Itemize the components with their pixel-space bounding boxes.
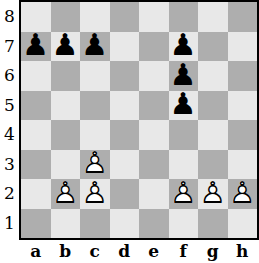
square-h7[interactable] — [228, 32, 258, 62]
white-pawn-outline: ♙ — [80, 178, 110, 208]
square-f2[interactable]: ♟♙ — [169, 179, 199, 209]
white-pawn-outline: ♙ — [80, 149, 110, 179]
square-d8[interactable] — [110, 2, 140, 32]
square-a7[interactable]: ♟ — [21, 32, 51, 62]
square-b2[interactable]: ♟♙ — [51, 179, 81, 209]
square-b4[interactable] — [51, 120, 81, 150]
square-c5[interactable] — [80, 91, 110, 121]
file-label-d: d — [110, 240, 140, 263]
square-a8[interactable] — [21, 2, 51, 32]
square-d5[interactable] — [110, 91, 140, 121]
white-pawn-outline: ♙ — [198, 178, 228, 208]
square-g3[interactable] — [198, 150, 228, 180]
white-pawn[interactable]: ♟ — [228, 178, 258, 208]
square-d6[interactable] — [110, 61, 140, 91]
rank-label-1: 1 — [0, 209, 19, 239]
square-a5[interactable] — [21, 91, 51, 121]
square-e6[interactable] — [139, 61, 169, 91]
square-f3[interactable] — [169, 150, 199, 180]
rank-label-2: 2 — [0, 179, 19, 209]
square-g2[interactable]: ♟♙ — [198, 179, 228, 209]
square-c6[interactable] — [80, 61, 110, 91]
square-e7[interactable] — [139, 32, 169, 62]
black-pawn[interactable]: ♟ — [169, 90, 199, 120]
white-pawn[interactable]: ♟ — [51, 178, 81, 208]
square-c3[interactable]: ♟♙ — [80, 150, 110, 180]
black-pawn[interactable]: ♟ — [169, 60, 199, 90]
square-d4[interactable] — [110, 120, 140, 150]
file-label-h: h — [228, 240, 258, 263]
file-label-f: f — [169, 240, 199, 263]
square-a3[interactable] — [21, 150, 51, 180]
file-label-b: b — [51, 240, 81, 263]
chess-board[interactable]: ♟♟♟♟♟♟♟♙♟♙♟♙♟♙♟♙♟♙ — [19, 0, 259, 240]
square-h6[interactable] — [228, 61, 258, 91]
square-g8[interactable] — [198, 2, 228, 32]
square-f1[interactable] — [169, 209, 199, 239]
square-g7[interactable] — [198, 32, 228, 62]
square-a1[interactable] — [21, 209, 51, 239]
square-c2[interactable]: ♟♙ — [80, 179, 110, 209]
square-h2[interactable]: ♟♙ — [228, 179, 258, 209]
square-b8[interactable] — [51, 2, 81, 32]
square-d7[interactable] — [110, 32, 140, 62]
corner-spacer — [0, 240, 19, 263]
white-pawn-outline: ♙ — [51, 178, 81, 208]
rank-label-7: 7 — [0, 32, 19, 62]
square-d2[interactable] — [110, 179, 140, 209]
file-label-g: g — [198, 240, 228, 263]
square-f6[interactable]: ♟ — [169, 61, 199, 91]
square-b5[interactable] — [51, 91, 81, 121]
square-d3[interactable] — [110, 150, 140, 180]
white-pawn[interactable]: ♟ — [80, 178, 110, 208]
square-g6[interactable] — [198, 61, 228, 91]
rank-label-8: 8 — [0, 2, 19, 32]
rank-label-4: 4 — [0, 120, 19, 150]
square-h3[interactable] — [228, 150, 258, 180]
square-a6[interactable] — [21, 61, 51, 91]
white-pawn[interactable]: ♟ — [198, 178, 228, 208]
square-c7[interactable]: ♟ — [80, 32, 110, 62]
square-h4[interactable] — [228, 120, 258, 150]
rank-label-5: 5 — [0, 91, 19, 121]
square-f8[interactable] — [169, 2, 199, 32]
file-label-a: a — [21, 240, 51, 263]
square-g1[interactable] — [198, 209, 228, 239]
black-pawn[interactable]: ♟ — [169, 31, 199, 61]
file-label-c: c — [80, 240, 110, 263]
square-e5[interactable] — [139, 91, 169, 121]
black-pawn[interactable]: ♟ — [80, 31, 110, 61]
square-f5[interactable]: ♟ — [169, 91, 199, 121]
square-b6[interactable] — [51, 61, 81, 91]
chess-diagram: 87654321 ♟♟♟♟♟♟♟♙♟♙♟♙♟♙♟♙♟♙ abcdefgh — [0, 0, 259, 263]
black-pawn[interactable]: ♟ — [21, 31, 51, 61]
white-pawn-outline: ♙ — [228, 178, 258, 208]
rank-labels: 87654321 — [0, 0, 19, 240]
white-pawn[interactable]: ♟ — [169, 178, 199, 208]
square-a4[interactable] — [21, 120, 51, 150]
square-a2[interactable] — [21, 179, 51, 209]
rank-label-6: 6 — [0, 61, 19, 91]
square-c4[interactable] — [80, 120, 110, 150]
white-pawn[interactable]: ♟ — [80, 149, 110, 179]
square-h1[interactable] — [228, 209, 258, 239]
square-g4[interactable] — [198, 120, 228, 150]
square-c8[interactable] — [80, 2, 110, 32]
square-f4[interactable] — [169, 120, 199, 150]
square-d1[interactable] — [110, 209, 140, 239]
square-e4[interactable] — [139, 120, 169, 150]
square-b7[interactable]: ♟ — [51, 32, 81, 62]
file-labels: abcdefgh — [19, 240, 259, 263]
square-b3[interactable] — [51, 150, 81, 180]
white-pawn-outline: ♙ — [169, 178, 199, 208]
square-e2[interactable] — [139, 179, 169, 209]
square-e3[interactable] — [139, 150, 169, 180]
square-c1[interactable] — [80, 209, 110, 239]
square-e8[interactable] — [139, 2, 169, 32]
square-h5[interactable] — [228, 91, 258, 121]
rank-label-3: 3 — [0, 150, 19, 180]
square-e1[interactable] — [139, 209, 169, 239]
black-pawn[interactable]: ♟ — [51, 31, 81, 61]
square-b1[interactable] — [51, 209, 81, 239]
square-g5[interactable] — [198, 91, 228, 121]
square-h8[interactable] — [228, 2, 258, 32]
file-label-e: e — [139, 240, 169, 263]
square-f7[interactable]: ♟ — [169, 32, 199, 62]
